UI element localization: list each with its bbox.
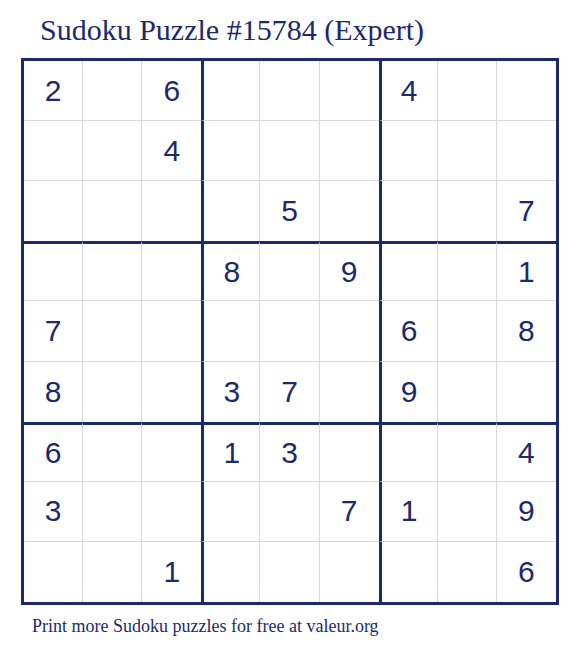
sudoku-cell-empty (320, 362, 379, 422)
sudoku-cell-given: 8 (201, 241, 260, 301)
sudoku-cell-empty (201, 61, 260, 121)
sudoku-cell-given: 2 (24, 61, 83, 121)
sudoku-cell-empty (83, 121, 142, 181)
sudoku-cell-given: 7 (497, 181, 556, 241)
sudoku-cell-empty (497, 61, 556, 121)
sudoku-cell-empty (438, 482, 497, 542)
sudoku-cell-empty (320, 181, 379, 241)
sudoku-cell-given: 9 (497, 482, 556, 542)
sudoku-cell-given: 7 (320, 482, 379, 542)
sudoku-cell-given: 1 (379, 482, 438, 542)
sudoku-grid: 26445789176883796134371916 (21, 58, 559, 605)
sudoku-cell-empty (260, 61, 319, 121)
sudoku-cell-given: 6 (142, 61, 201, 121)
sudoku-cell-empty (24, 121, 83, 181)
sudoku-cell-empty (83, 422, 142, 482)
sudoku-cell-given: 3 (201, 362, 260, 422)
sudoku-cell-empty (201, 181, 260, 241)
sudoku-cell-given: 3 (260, 422, 319, 482)
sudoku-cell-empty (83, 482, 142, 542)
sudoku-cell-empty (438, 121, 497, 181)
sudoku-cell-given: 4 (497, 422, 556, 482)
sudoku-cell-given: 1 (201, 422, 260, 482)
sudoku-cell-empty (260, 241, 319, 301)
sudoku-cell-empty (379, 542, 438, 602)
sudoku-cell-empty (142, 181, 201, 241)
sudoku-cell-empty (320, 422, 379, 482)
sudoku-cell-empty (83, 61, 142, 121)
sudoku-cell-empty (83, 362, 142, 422)
sudoku-cell-given: 9 (379, 362, 438, 422)
sudoku-cell-empty (438, 422, 497, 482)
sudoku-cell-given: 1 (497, 241, 556, 301)
sudoku-cell-empty (260, 121, 319, 181)
sudoku-cell-empty (83, 301, 142, 361)
sudoku-cell-empty (142, 241, 201, 301)
sudoku-cell-given: 3 (24, 482, 83, 542)
sudoku-cell-empty (201, 482, 260, 542)
sudoku-cell-empty (260, 482, 319, 542)
sudoku-cell-given: 4 (142, 121, 201, 181)
sudoku-cell-empty (379, 121, 438, 181)
sudoku-cell-empty (320, 542, 379, 602)
sudoku-cell-given: 8 (24, 362, 83, 422)
sudoku-cell-given: 9 (320, 241, 379, 301)
sudoku-cell-empty (24, 241, 83, 301)
page: Sudoku Puzzle #15784 (Expert) 2644578917… (0, 0, 580, 651)
sudoku-cell-given: 6 (379, 301, 438, 361)
sudoku-cell-empty (83, 181, 142, 241)
sudoku-cell-empty (142, 362, 201, 422)
sudoku-cell-empty (379, 241, 438, 301)
sudoku-cell-given: 6 (24, 422, 83, 482)
sudoku-cell-empty (201, 542, 260, 602)
sudoku-cell-given: 7 (260, 362, 319, 422)
sudoku-cell-given: 6 (497, 542, 556, 602)
sudoku-cell-empty (438, 181, 497, 241)
sudoku-cell-given: 8 (497, 301, 556, 361)
sudoku-cell-empty (201, 121, 260, 181)
sudoku-cell-empty (142, 422, 201, 482)
puzzle-title: Sudoku Puzzle #15784 (Expert) (40, 12, 424, 48)
sudoku-cell-empty (438, 301, 497, 361)
sudoku-cell-empty (24, 181, 83, 241)
sudoku-cell-empty (83, 241, 142, 301)
sudoku-cell-empty (379, 422, 438, 482)
sudoku-cell-empty (201, 301, 260, 361)
sudoku-cell-empty (438, 362, 497, 422)
sudoku-cell-empty (24, 542, 83, 602)
sudoku-cell-empty (438, 241, 497, 301)
sudoku-cell-empty (83, 542, 142, 602)
sudoku-cell-empty (379, 181, 438, 241)
sudoku-cell-empty (320, 121, 379, 181)
sudoku-cell-empty (497, 362, 556, 422)
sudoku-cell-empty (142, 482, 201, 542)
sudoku-cell-given: 5 (260, 181, 319, 241)
sudoku-cell-empty (497, 121, 556, 181)
sudoku-cell-empty (438, 542, 497, 602)
sudoku-cell-empty (260, 301, 319, 361)
footer-text: Print more Sudoku puzzles for free at va… (32, 616, 379, 637)
sudoku-cell-empty (142, 301, 201, 361)
sudoku-cell-empty (320, 61, 379, 121)
sudoku-cell-empty (320, 301, 379, 361)
sudoku-cell-given: 7 (24, 301, 83, 361)
sudoku-cell-empty (260, 542, 319, 602)
sudoku-cell-empty (438, 61, 497, 121)
sudoku-cell-given: 4 (379, 61, 438, 121)
sudoku-cell-given: 1 (142, 542, 201, 602)
